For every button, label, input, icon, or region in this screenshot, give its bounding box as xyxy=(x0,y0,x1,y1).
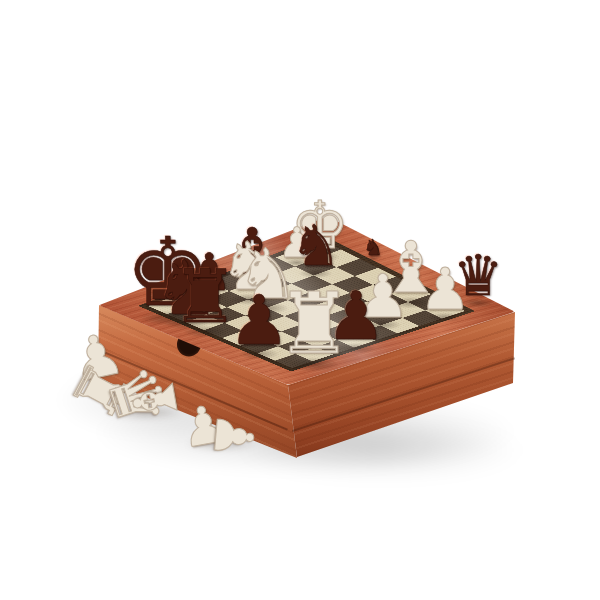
dark-pawn-c8: ♟ xyxy=(186,246,232,298)
dark-pawn-a3: ♟ xyxy=(228,287,289,355)
white-pawn-h1: ♟ xyxy=(419,261,471,319)
white-pawn-floor-pawn-1: ♟ xyxy=(66,323,129,391)
white-pawn-g8: ♟ xyxy=(278,222,315,264)
dark-king-a8: ♚ xyxy=(125,225,210,319)
dark-bishop-e8: ♝ xyxy=(224,220,280,283)
dark-knight-g7: ♞ xyxy=(290,218,341,275)
dark-knight-a7: ♞ xyxy=(153,250,220,325)
white-bishop-floor-bishop: ♝ xyxy=(122,369,188,430)
white-knight-d6: ♞ xyxy=(237,240,299,309)
dark-queen-rim-queen: ♛ xyxy=(453,248,503,304)
pieces-layer: ♚♟♝♟♚♞♞♞♜♞♟♝♜♟♟♟♛♞♟♜♛♝♟♟ xyxy=(0,0,600,600)
dark-pawn-d1: ♟ xyxy=(326,283,386,350)
dark-knight-rim-knight: ♞ xyxy=(363,237,383,259)
white-pawn-floor-pawn-2: ♟ xyxy=(177,396,232,455)
white-pawn-f2: ♟ xyxy=(356,266,410,326)
white-rook-floor-rook: ♜ xyxy=(61,352,139,428)
white-king-h8: ♚ xyxy=(291,193,350,258)
dark-rook-a6: ♜ xyxy=(172,259,238,333)
white-pawn-floor-pawn-3: ♟ xyxy=(206,411,262,462)
white-bishop-h3: ♝ xyxy=(379,233,442,304)
white-knight-d7: ♞ xyxy=(220,235,279,301)
white-queen-floor-queen: ♛ xyxy=(94,358,178,437)
scene: ♚♟♝♟♚♞♞♞♜♞♟♝♜♟♟♟♛♞♟♜♛♝♟♟ xyxy=(0,0,600,600)
white-rook-b1: ♜ xyxy=(276,281,352,366)
